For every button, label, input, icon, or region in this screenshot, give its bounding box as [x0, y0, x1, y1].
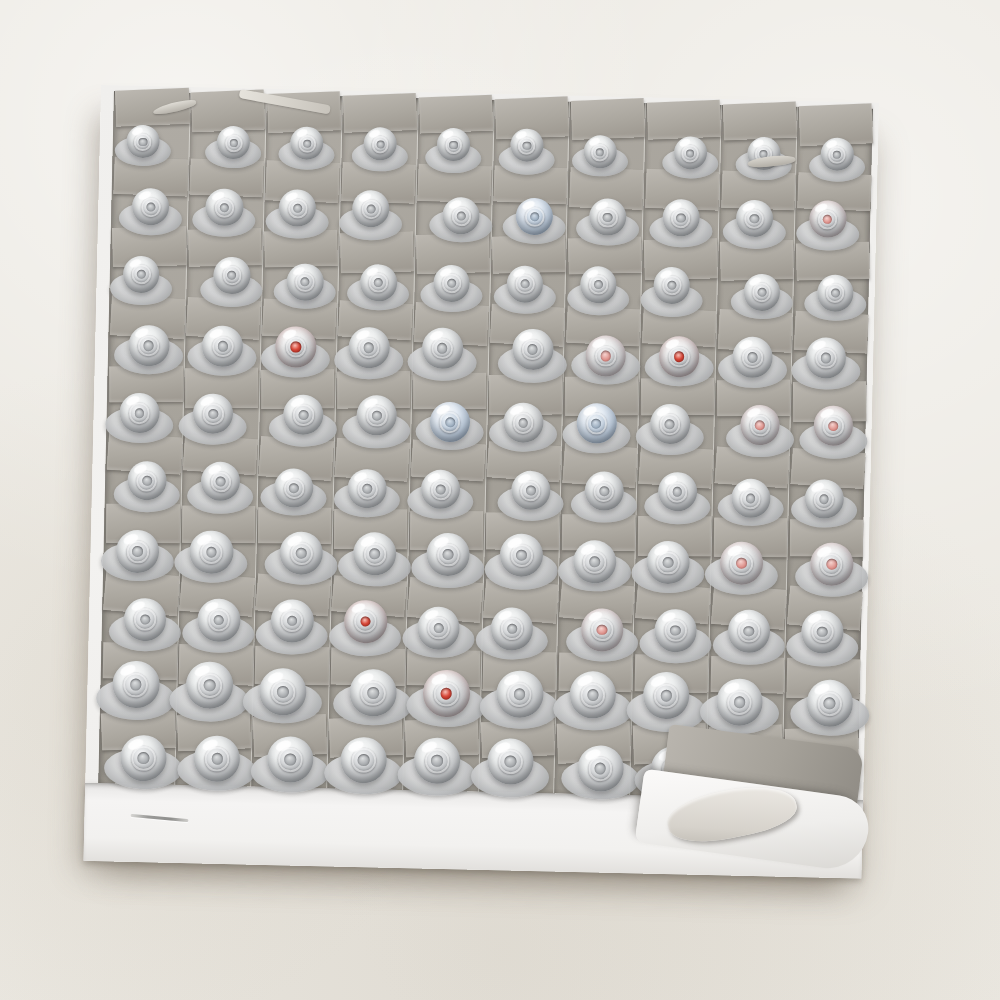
vial-center — [214, 615, 225, 626]
vial-center — [523, 141, 531, 149]
vial-clear — [112, 661, 160, 709]
vial-center — [516, 550, 527, 561]
vial-clear — [414, 737, 461, 784]
vial-cap — [681, 144, 699, 162]
vial-center — [603, 213, 612, 222]
vial-red — [275, 326, 317, 368]
cell-r8c1 — [101, 576, 178, 647]
cell-r6c2 — [180, 439, 257, 510]
cell-r1c4 — [340, 96, 417, 167]
vial-cap — [518, 136, 536, 154]
vial-clear — [128, 325, 170, 367]
vial-red — [423, 670, 471, 718]
vial-cap — [668, 346, 690, 368]
vial-red — [658, 336, 700, 378]
vial-center — [686, 149, 694, 157]
cell-r1c5 — [416, 98, 493, 169]
vial-center — [456, 211, 465, 220]
vial-center — [594, 280, 603, 289]
vial-cap — [371, 135, 389, 153]
vial-center — [146, 202, 155, 211]
vial-center — [591, 418, 601, 428]
vial-center — [367, 687, 379, 699]
vial-center — [821, 353, 831, 363]
vial-center — [670, 625, 681, 636]
cell-r2c8 — [642, 173, 719, 244]
vial-center — [227, 271, 236, 280]
vial-cap — [207, 609, 230, 632]
vial-center — [303, 139, 311, 147]
cell-r7c6 — [482, 515, 559, 586]
cell-r7c10 — [786, 522, 863, 593]
cell-r5c10 — [789, 384, 866, 455]
cell-r8c6 — [481, 584, 558, 655]
vial-center — [596, 148, 604, 156]
cell-r3c3 — [261, 233, 338, 304]
cell-r5c8 — [637, 380, 714, 451]
vial-center — [137, 752, 149, 764]
vial-cap — [134, 133, 152, 151]
vial-center — [220, 203, 229, 212]
vial-clear — [503, 402, 544, 443]
vial-center — [445, 417, 455, 427]
vial-center — [601, 351, 611, 361]
vial-cap — [285, 336, 307, 358]
vial-center — [819, 494, 829, 504]
cell-r8c7 — [557, 586, 634, 657]
vial-clear — [267, 736, 314, 783]
photo-background: { "scene": { "type": "overhead photograp… — [0, 0, 1000, 1000]
vial-center — [828, 421, 838, 431]
vial-cap — [664, 619, 687, 642]
cell-r2c1 — [111, 160, 188, 231]
vial-center — [287, 616, 298, 627]
vial-center — [755, 420, 765, 430]
cell-r10c1 — [98, 714, 175, 785]
vial-center — [674, 352, 684, 362]
cell-r8c3 — [253, 579, 330, 650]
vial-cap — [737, 620, 760, 643]
cell-r3c7 — [565, 240, 642, 311]
cell-r10c7 — [554, 724, 631, 795]
vial-cap — [211, 335, 233, 357]
vial-center — [660, 690, 672, 702]
vial-cap — [815, 347, 837, 369]
vial-clear — [356, 395, 397, 436]
cell-r6c7 — [560, 448, 637, 519]
cell-r8c10 — [784, 591, 861, 662]
vial-clear — [649, 404, 690, 445]
vial-center — [587, 689, 599, 701]
vial-clear — [642, 672, 690, 720]
vial-center — [520, 279, 529, 288]
divider-flap — [647, 100, 722, 140]
vial-clear — [283, 394, 324, 435]
vial-center — [291, 342, 301, 352]
vial-center — [204, 679, 216, 691]
vial-center — [667, 281, 676, 290]
vial-clear — [259, 668, 307, 716]
cell-r3c5 — [413, 237, 490, 308]
vial-cap — [354, 610, 377, 633]
cell-r10c3 — [250, 717, 327, 788]
cell-r2c6 — [490, 169, 567, 240]
vial-cap — [500, 617, 523, 640]
vial-clear — [805, 337, 847, 379]
cell-r9c1 — [100, 645, 177, 716]
vial-center — [447, 279, 456, 288]
cell-r8c4 — [329, 581, 406, 652]
vial-center — [750, 214, 759, 223]
cell-r8c9 — [708, 589, 785, 660]
vial-clear — [202, 326, 244, 368]
vial-center — [518, 418, 528, 428]
cell-r6c4 — [332, 442, 409, 513]
cell-r7c1 — [103, 506, 180, 577]
vial-cap — [287, 198, 308, 219]
vial-center — [526, 486, 536, 496]
vial-cap — [741, 346, 763, 368]
vial-center — [597, 625, 608, 636]
cell-r1c8 — [644, 103, 721, 174]
cell-r2c3 — [263, 164, 340, 235]
cell-r3c8 — [640, 242, 717, 313]
vial-center — [206, 547, 217, 558]
vial-center — [358, 754, 370, 766]
vial-center — [734, 696, 746, 708]
cell-r9c10 — [783, 660, 860, 731]
vial-center — [817, 627, 828, 638]
vial-center — [665, 419, 675, 429]
vial-clear — [119, 393, 160, 434]
vial-center — [440, 688, 452, 700]
vial-clear — [569, 671, 617, 719]
vial-cap — [140, 197, 161, 218]
vial-center — [736, 558, 747, 569]
vial-cap — [817, 209, 838, 230]
cell-r9c9 — [707, 659, 784, 730]
vial-center — [833, 150, 841, 158]
cell-r9c7 — [555, 655, 632, 726]
cell-r5c3 — [258, 371, 335, 442]
cell-r3c9 — [716, 243, 793, 314]
vial-clear — [487, 738, 534, 785]
vial-cap — [595, 345, 617, 367]
cell-r5c6 — [486, 377, 563, 448]
vial-clear — [496, 670, 544, 718]
vial-center — [530, 212, 539, 221]
cell-r2c4 — [338, 166, 415, 237]
cell-r4c7 — [563, 309, 640, 380]
cell-r6c5 — [408, 444, 485, 515]
vial-cap — [427, 617, 450, 640]
cell-r1c6 — [492, 100, 569, 171]
vial-center — [362, 484, 372, 494]
staple — [130, 814, 188, 822]
vial-center — [672, 487, 682, 497]
cell-r8c5 — [405, 582, 482, 653]
vial-clear — [194, 735, 241, 782]
cell-r6c8 — [636, 449, 713, 520]
cell-r7c5 — [407, 513, 484, 584]
cell-r4c1 — [108, 299, 185, 370]
vial-pink — [813, 405, 854, 446]
cell-r2c2 — [187, 162, 264, 233]
vial-cap — [591, 143, 609, 161]
cell-r9c3 — [252, 648, 329, 719]
cell-r5c9 — [713, 382, 790, 453]
cell-r9c5 — [403, 652, 480, 723]
vial-center — [823, 215, 832, 224]
cell-r5c1 — [106, 368, 183, 439]
cell-r5c5 — [410, 375, 487, 446]
cell-r5c7 — [561, 378, 638, 449]
vial-clear — [349, 669, 397, 717]
vial-center — [216, 477, 226, 487]
cell-r7c8 — [634, 518, 711, 589]
cell-r2c9 — [718, 174, 795, 245]
vial-center — [364, 343, 374, 353]
vial-center — [301, 277, 310, 286]
vial-center — [376, 140, 384, 148]
vial-clear — [806, 679, 854, 727]
cell-r7c4 — [331, 512, 408, 583]
vial-cap — [591, 618, 614, 641]
vial-blue — [430, 402, 471, 443]
cell-r9c2 — [176, 646, 253, 717]
vial-center — [528, 344, 538, 354]
cell-r6c9 — [712, 451, 789, 522]
vial-center — [360, 616, 371, 627]
vial-pink — [740, 405, 781, 446]
vial-clear — [512, 329, 554, 371]
cell-r4c6 — [487, 307, 564, 378]
vial-blue — [576, 403, 617, 444]
vial-clear — [348, 327, 390, 369]
vial-cap — [828, 145, 846, 163]
cell-r10c4 — [326, 719, 403, 790]
cell-r7c2 — [179, 508, 256, 579]
vial-cap — [361, 199, 382, 220]
vial-center — [137, 270, 146, 279]
vial-center — [746, 494, 756, 504]
vial-clear — [732, 337, 774, 379]
vial-center — [826, 559, 837, 570]
vial-cap — [444, 136, 462, 154]
cell-r6c6 — [484, 446, 561, 517]
vial-center — [431, 755, 443, 767]
vial-center — [757, 288, 766, 297]
cell-r1c7 — [568, 102, 645, 173]
vial-center — [372, 410, 382, 420]
vial-cap — [521, 338, 543, 360]
vial-center — [289, 483, 299, 493]
cell-r5c2 — [182, 370, 259, 441]
vial-clear — [716, 678, 764, 726]
cardboard-box — [84, 85, 879, 878]
vial-center — [142, 476, 152, 486]
divider-flap — [722, 102, 797, 141]
cell-r4c4 — [335, 304, 412, 375]
vial-cap — [451, 206, 472, 227]
cell-r2c10 — [794, 176, 871, 247]
vial-pink — [585, 335, 627, 377]
vial-center — [277, 686, 289, 698]
vial-center — [134, 408, 144, 418]
vial-center — [230, 139, 238, 147]
vial-center — [298, 410, 308, 420]
vial-center — [599, 486, 609, 496]
vial-center — [139, 137, 147, 145]
vial-center — [140, 614, 151, 625]
vial-clear — [186, 661, 234, 709]
vial-cap — [214, 197, 235, 218]
vial-cap — [138, 334, 160, 356]
vial-center — [514, 688, 526, 700]
cell-r4c9 — [715, 313, 792, 384]
cell-r9c6 — [479, 653, 556, 724]
vial-clear — [422, 328, 464, 370]
cell-r10c5 — [402, 721, 479, 792]
cell-r10c2 — [174, 716, 251, 787]
vial-center — [217, 341, 227, 351]
cell-r6c1 — [105, 437, 182, 508]
vial-center — [130, 679, 142, 691]
cell-r3c4 — [337, 235, 414, 306]
vial-center — [436, 485, 446, 495]
vial-clear — [340, 737, 387, 784]
cell-r7c9 — [710, 520, 787, 591]
vial-center — [449, 141, 457, 149]
cell-r6c10 — [787, 453, 864, 524]
cell-r4c10 — [791, 314, 868, 385]
cell-r2c5 — [414, 167, 491, 238]
cell-r6c3 — [256, 441, 333, 512]
vial-center — [747, 352, 757, 362]
cell-r3c2 — [185, 231, 262, 302]
cell-r7c3 — [255, 510, 332, 581]
vial-center — [366, 204, 375, 213]
vial-center — [374, 278, 383, 287]
vial-center — [505, 756, 517, 768]
vial-center — [595, 763, 607, 775]
vial-center — [662, 557, 673, 568]
vial-center — [208, 409, 218, 419]
vial-center — [443, 549, 454, 560]
vial-center — [824, 697, 836, 709]
cell-r5c4 — [334, 373, 411, 444]
vial-center — [369, 549, 380, 560]
vial-center — [589, 557, 600, 568]
vial-cap — [810, 620, 833, 643]
vial-center — [433, 623, 444, 634]
cell-r8c2 — [177, 577, 254, 648]
cell-r4c2 — [184, 301, 261, 372]
vial-center — [743, 626, 754, 637]
vial-center — [676, 213, 685, 222]
vial-center — [132, 546, 143, 557]
cell-r8c8 — [633, 588, 710, 659]
cell-r4c8 — [639, 311, 716, 382]
cell-r9c8 — [631, 657, 708, 728]
cell-r3c10 — [792, 245, 869, 316]
cell-r4c3 — [259, 302, 336, 373]
cell-r10c6 — [478, 723, 555, 794]
cell-r3c1 — [109, 230, 186, 301]
cell-r1c10 — [795, 107, 872, 178]
vial-cap — [281, 609, 304, 632]
cell-r2c7 — [566, 171, 643, 242]
cell-r7c7 — [558, 517, 635, 588]
tray-grid — [98, 91, 873, 800]
vial-center — [144, 341, 154, 351]
vial-cap — [133, 608, 156, 631]
cell-r3c6 — [489, 238, 566, 309]
vial-center — [507, 623, 518, 634]
vial-center — [285, 754, 297, 766]
vial-clear — [193, 393, 234, 434]
cell-r4c5 — [411, 306, 488, 377]
divider-flap — [571, 98, 646, 140]
vial-center — [296, 548, 307, 559]
vial-center — [211, 753, 223, 765]
vial-clear — [120, 735, 167, 782]
vial-center — [293, 204, 302, 213]
vial-center — [830, 288, 839, 297]
cell-r9c4 — [327, 650, 404, 721]
cell-r1c2 — [188, 93, 265, 164]
vial-center — [437, 343, 447, 353]
vial-clear — [577, 745, 624, 792]
